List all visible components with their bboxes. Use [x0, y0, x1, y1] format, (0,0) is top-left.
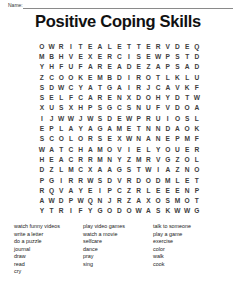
- name-blank-line: [23, 8, 233, 9]
- grid-cell: F: [153, 103, 163, 113]
- grid-cell: A: [85, 144, 95, 154]
- grid-cell: T: [182, 92, 192, 102]
- grid-cell: E: [105, 134, 115, 144]
- grid-cell: M: [173, 195, 183, 205]
- grid-cell: S: [37, 92, 47, 102]
- grid-cell: I: [153, 165, 163, 175]
- grid-cell: A: [95, 41, 105, 51]
- grid-cell: L: [56, 165, 66, 175]
- grid-cell: A: [95, 165, 105, 175]
- word-list: watch funny videoswrite a letterdo a puz…: [0, 223, 236, 283]
- word-item: write a letter: [14, 231, 60, 239]
- grid-cell: P: [163, 51, 173, 61]
- grid-cell: W: [192, 92, 202, 102]
- grid-cell: W: [47, 41, 57, 51]
- grid-cell: C: [76, 92, 86, 102]
- grid-cell: N: [134, 103, 144, 113]
- grid-cell: D: [173, 41, 183, 51]
- grid-cell: K: [76, 72, 86, 82]
- grid-cell: D: [56, 195, 66, 205]
- grid-cell: P: [66, 195, 76, 205]
- grid-cell: Y: [37, 206, 47, 216]
- grid-cell: A: [163, 165, 173, 175]
- grid-cell: E: [124, 123, 134, 133]
- grid-cell: D: [173, 103, 183, 113]
- grid-cell: Z: [144, 62, 154, 72]
- grid-cell: U: [66, 62, 76, 72]
- grid-cell: E: [85, 185, 95, 195]
- grid-cell: A: [66, 123, 76, 133]
- grid-cell: A: [134, 195, 144, 205]
- grid-cell: R: [95, 92, 105, 102]
- grid-cell: K: [173, 72, 183, 82]
- grid-cell: H: [47, 62, 57, 72]
- grid-cell: Z: [47, 165, 57, 175]
- grid-cell: I: [66, 206, 76, 216]
- grid-cell: N: [153, 123, 163, 133]
- grid-cell: Y: [76, 82, 86, 92]
- grid-cell: I: [56, 175, 66, 185]
- grid-cell: R: [37, 185, 47, 195]
- grid-cell: P: [37, 175, 47, 185]
- grid-cell: Z: [37, 72, 47, 82]
- grid-cell: C: [153, 82, 163, 92]
- grid-cell: C: [115, 185, 125, 195]
- grid-cell: N: [115, 92, 125, 102]
- grid-cell: F: [76, 206, 86, 216]
- grid-cell: P: [134, 113, 144, 123]
- grid-cell: S: [95, 113, 105, 123]
- grid-cell: R: [134, 72, 144, 82]
- word-item: color: [153, 246, 191, 254]
- grid-cell: A: [85, 62, 95, 72]
- grid-cell: D: [192, 51, 202, 61]
- grid-cell: S: [124, 165, 134, 175]
- word-item: journal: [14, 246, 60, 254]
- grid-cell: A: [85, 92, 95, 102]
- grid-cell: T: [192, 195, 202, 205]
- grid-cell: E: [153, 185, 163, 195]
- grid-cell: M: [37, 51, 47, 61]
- grid-cell: W: [37, 144, 47, 154]
- grid-cell: E: [134, 144, 144, 154]
- grid-cell: O: [56, 134, 66, 144]
- grid-cell: C: [47, 134, 57, 144]
- grid-cell: Y: [76, 185, 86, 195]
- grid-cell: T: [134, 41, 144, 51]
- grid-cell: C: [115, 51, 125, 61]
- grid-cell: E: [37, 123, 47, 133]
- grid-cell: R: [192, 144, 202, 154]
- grid-cell: Z: [173, 165, 183, 175]
- grid-cell: E: [173, 185, 183, 195]
- grid-cell: L: [56, 123, 66, 133]
- grid-cell: O: [56, 72, 66, 82]
- grid-cell: E: [182, 144, 192, 154]
- grid-cell: O: [144, 72, 154, 82]
- grid-cell: H: [76, 144, 86, 154]
- grid-cell: A: [85, 82, 95, 92]
- grid-cell: F: [76, 62, 86, 72]
- grid-cell: L: [173, 175, 183, 185]
- word-item: do a puzzle: [14, 238, 60, 246]
- word-list-column: play video gameswatch a movieselfcaredan…: [83, 223, 125, 268]
- grid-cell: H: [37, 154, 47, 164]
- grid-cell: I: [163, 113, 173, 123]
- grid-cell: O: [66, 72, 76, 82]
- grid-cell: P: [105, 185, 115, 195]
- word-list-column: talk to someoneplay a gameexercisecolorw…: [153, 223, 191, 268]
- grid-cell: R: [76, 175, 86, 185]
- grid-cell: W: [76, 195, 86, 205]
- word-item: dance: [83, 246, 125, 254]
- grid-cell: M: [66, 165, 76, 175]
- grid-cell: A: [105, 123, 115, 133]
- grid-cell: A: [105, 165, 115, 175]
- grid-cell: R: [85, 134, 95, 144]
- grid-cell: W: [173, 206, 183, 216]
- grid-cell: T: [182, 51, 192, 61]
- word-item: walk: [153, 253, 191, 261]
- grid-cell: V: [66, 51, 76, 61]
- grid-cell: G: [105, 103, 115, 113]
- word-item: play video games: [83, 223, 125, 231]
- grid-cell: P: [163, 62, 173, 72]
- grid-cell: H: [153, 92, 163, 102]
- grid-cell: O: [37, 41, 47, 51]
- grid-cell: P: [47, 123, 57, 133]
- grid-cell: O: [182, 103, 192, 113]
- grid-cell: R: [76, 154, 86, 164]
- grid-cell: C: [47, 72, 57, 82]
- grid-cell: B: [47, 51, 57, 61]
- grid-cell: M: [95, 72, 105, 82]
- grid-cell: R: [85, 154, 95, 164]
- grid-cell: E: [47, 154, 57, 164]
- grid-cell: G: [95, 206, 105, 216]
- grid-cell: T: [95, 82, 105, 92]
- word-list-column: watch funny videoswrite a letterdo a puz…: [14, 223, 60, 276]
- word-item: cry: [14, 268, 60, 276]
- grid-cell: A: [37, 195, 47, 205]
- grid-cell: P: [85, 103, 95, 113]
- grid-cell: W: [66, 113, 76, 123]
- grid-cell: O: [192, 165, 202, 175]
- grid-cell: F: [192, 134, 202, 144]
- grid-cell: S: [95, 103, 105, 113]
- grid-cell: G: [95, 123, 105, 133]
- grid-cell: A: [66, 185, 76, 195]
- grid-cell: M: [95, 154, 105, 164]
- grid-cell: O: [182, 154, 192, 164]
- grid-cell: N: [144, 123, 154, 133]
- grid-cell: S: [173, 51, 183, 61]
- grid-cell: I: [124, 72, 134, 82]
- grid-cell: Y: [115, 154, 125, 164]
- grid-cell: W: [124, 113, 134, 123]
- grid-cell: R: [56, 206, 66, 216]
- grid-cell: D: [105, 113, 115, 123]
- grid-cell: X: [124, 92, 134, 102]
- grid-cell: E: [76, 51, 86, 61]
- grid-cell: U: [192, 72, 202, 82]
- word-item: exercise: [153, 238, 191, 246]
- grid-cell: E: [105, 92, 115, 102]
- grid-cell: Y: [153, 144, 163, 154]
- grid-cell: L: [163, 72, 173, 82]
- grid-cell: D: [115, 72, 125, 82]
- grid-cell: I: [37, 113, 47, 123]
- word-item: talk to someone: [153, 223, 191, 231]
- grid-cell: W: [56, 82, 66, 92]
- grid-cell: D: [134, 175, 144, 185]
- grid-cell: R: [144, 154, 154, 164]
- grid-cell: Q: [47, 185, 57, 195]
- grid-cell: V: [153, 154, 163, 164]
- grid-cell: V: [115, 144, 125, 154]
- grid-cell: W: [85, 175, 95, 185]
- grid-cell: R: [153, 41, 163, 51]
- grid-cell: N: [153, 134, 163, 144]
- grid-cell: X: [144, 195, 154, 205]
- grid-cell: A: [85, 123, 95, 133]
- grid-cell: C: [76, 165, 86, 175]
- grid-cell: O: [105, 144, 115, 154]
- grid-cell: O: [105, 206, 115, 216]
- grid-cell: Z: [124, 154, 134, 164]
- word-item: sing: [83, 261, 125, 269]
- word-item: play a game: [153, 231, 191, 239]
- grid-cell: D: [115, 206, 125, 216]
- grid-cell: S: [56, 103, 66, 113]
- grid-cell: T: [134, 123, 144, 133]
- grid-cell: T: [192, 175, 202, 185]
- grid-cell: C: [66, 82, 76, 92]
- grid-cell: N: [105, 154, 115, 164]
- grid-cell: L: [144, 144, 154, 154]
- word-item: watch funny videos: [14, 223, 60, 231]
- grid-cell: D: [47, 82, 57, 92]
- grid-cell: L: [66, 134, 76, 144]
- grid-cell: R: [134, 185, 144, 195]
- page-title: Positive Coping Skills: [0, 12, 236, 31]
- grid-cell: M: [115, 123, 125, 133]
- grid-cell: S: [182, 113, 192, 123]
- grid-cell: F: [56, 62, 66, 72]
- grid-cell: J: [144, 82, 154, 92]
- grid-cell: W: [182, 206, 192, 216]
- grid-cell: R: [115, 195, 125, 205]
- grid-cell: D: [173, 92, 183, 102]
- grid-cell: W: [144, 165, 154, 175]
- grid-cell: U: [47, 103, 57, 113]
- grid-cell: P: [192, 185, 202, 195]
- grid-cell: P: [173, 134, 183, 144]
- word-item: cook: [153, 261, 191, 269]
- grid-cell: A: [153, 62, 163, 72]
- grid-cell: G: [47, 175, 57, 185]
- grid-cell: R: [144, 113, 154, 123]
- grid-cell: R: [56, 41, 66, 51]
- grid-cell: G: [192, 206, 202, 216]
- grid-cell: S: [134, 51, 144, 61]
- word-item: watch a movie: [83, 231, 125, 239]
- grid-cell: C: [66, 144, 76, 154]
- grid-cell: I: [124, 51, 134, 61]
- grid-cell: K: [192, 123, 202, 133]
- grid-cell: E: [182, 175, 192, 185]
- word-item: pray: [83, 253, 125, 261]
- grid-cell: U: [144, 103, 154, 113]
- grid-cell: I: [124, 82, 134, 92]
- grid-cell: O: [173, 113, 183, 123]
- grid-cell: S: [95, 175, 105, 185]
- grid-cell: D: [134, 92, 144, 102]
- grid-cell: A: [144, 206, 154, 216]
- grid-cell: D: [163, 123, 173, 133]
- grid-cell: S: [173, 62, 183, 72]
- grid-cell: G: [115, 165, 125, 175]
- grid-cell: F: [66, 92, 76, 102]
- grid-cell: X: [85, 51, 95, 61]
- grid-cell: I: [95, 185, 105, 195]
- grid-cell: Z: [124, 185, 134, 195]
- grid-cell: X: [85, 165, 95, 175]
- grid-cell: H: [56, 51, 66, 61]
- grid-cell: E: [115, 113, 125, 123]
- grid-cell: O: [182, 195, 192, 205]
- grid-cell: E: [115, 41, 125, 51]
- grid-cell: F: [192, 82, 202, 92]
- grid-cell: D: [37, 165, 47, 175]
- grid-cell: D: [124, 62, 134, 72]
- grid-cell: W: [153, 51, 163, 61]
- grid-cell: V: [163, 103, 173, 113]
- grid-cell: V: [115, 175, 125, 185]
- grid-cell: A: [115, 62, 125, 72]
- grid-cell: U: [173, 144, 183, 154]
- grid-cell: E: [105, 62, 115, 72]
- grid-cell: Y: [37, 62, 47, 72]
- grid-cell: B: [105, 72, 115, 82]
- grid-cell: Y: [163, 92, 173, 102]
- grid-cell: T: [134, 165, 144, 175]
- grid-cell: W: [56, 113, 66, 123]
- grid-cell: A: [182, 62, 192, 72]
- grid-cell: A: [163, 82, 173, 92]
- word-item: read: [14, 261, 60, 269]
- grid-cell: S: [37, 134, 47, 144]
- grid-cell: E: [144, 51, 154, 61]
- grid-cell: M: [182, 134, 192, 144]
- grid-cell: T: [47, 206, 57, 216]
- grid-cell: T: [153, 72, 163, 82]
- grid-cell: W: [134, 206, 144, 216]
- grid-cell: V: [163, 41, 173, 51]
- grid-cell: L: [105, 41, 115, 51]
- grid-cell: C: [115, 103, 125, 113]
- grid-cell: M: [134, 154, 144, 164]
- grid-cell: C: [66, 154, 76, 164]
- grid-cell: S: [153, 206, 163, 216]
- grid-cell: V: [173, 82, 183, 92]
- grid-cell: X: [66, 103, 76, 113]
- grid-cell: G: [163, 154, 173, 164]
- grid-cell: K: [163, 206, 173, 216]
- grid-cell: E: [47, 92, 57, 102]
- grid-cell: Z: [173, 154, 183, 164]
- grid-cell: Y: [76, 123, 86, 133]
- grid-cell: D: [153, 175, 163, 185]
- grid-cell: R: [124, 175, 134, 185]
- grid-cell: W: [85, 113, 95, 123]
- grid-cell: W: [47, 195, 57, 205]
- grid-cell: J: [76, 113, 86, 123]
- grid-cell: N: [134, 134, 144, 144]
- grid-cell: Z: [124, 195, 134, 205]
- grid-cell: N: [182, 165, 192, 175]
- grid-cell: X: [37, 103, 47, 113]
- grid-cell: R: [134, 82, 144, 92]
- grid-cell: A: [115, 82, 125, 92]
- grid-cell: S: [124, 103, 134, 113]
- grid-cell: Q: [192, 41, 202, 51]
- grid-cell: N: [182, 185, 192, 195]
- grid-cell: G: [105, 82, 115, 92]
- grid-cell: I: [124, 144, 134, 154]
- grid-cell: O: [144, 175, 154, 185]
- grid-cell: S: [163, 195, 173, 205]
- name-label: Name:: [8, 2, 23, 8]
- grid-cell: W: [124, 134, 134, 144]
- grid-cell: S: [37, 82, 47, 92]
- grid-cell: E: [163, 134, 173, 144]
- grid-cell: J: [47, 113, 57, 123]
- grid-cell: T: [56, 144, 66, 154]
- grid-cell: D: [105, 175, 115, 185]
- grid-cell: E: [95, 51, 105, 61]
- grid-cell: T: [76, 41, 86, 51]
- grid-cell: H: [76, 103, 86, 113]
- grid-cell: O: [153, 195, 163, 205]
- grid-cell: O: [182, 123, 192, 133]
- grid-cell: A: [56, 154, 66, 164]
- grid-cell: E: [163, 185, 173, 195]
- word-item: draw: [14, 253, 60, 261]
- grid-cell: D: [192, 62, 202, 72]
- grid-cell: V: [56, 185, 66, 195]
- grid-cell: O: [76, 134, 86, 144]
- grid-cell: A: [192, 103, 202, 113]
- grid-cell: A: [173, 123, 183, 133]
- grid-cell: E: [85, 72, 95, 82]
- grid-cell: O: [144, 92, 154, 102]
- grid-cell: K: [182, 82, 192, 92]
- grid-cell: E: [85, 41, 95, 51]
- grid-cell: I: [66, 41, 76, 51]
- grid-cell: E: [134, 62, 144, 72]
- grid-cell: X: [115, 134, 125, 144]
- grid-cell: A: [144, 134, 154, 144]
- grid-cell: R: [66, 175, 76, 185]
- grid-cell: L: [182, 72, 192, 82]
- word-search-grid: OWRITEALETTERVDEQMBHVEXERCISEWPSTDYHFUFA…: [37, 41, 202, 216]
- grid-cell: R: [95, 62, 105, 72]
- grid-cell: R: [105, 51, 115, 61]
- grid-cell: O: [163, 144, 173, 154]
- grid-cell: M: [95, 144, 105, 154]
- grid-cell: L: [56, 92, 66, 102]
